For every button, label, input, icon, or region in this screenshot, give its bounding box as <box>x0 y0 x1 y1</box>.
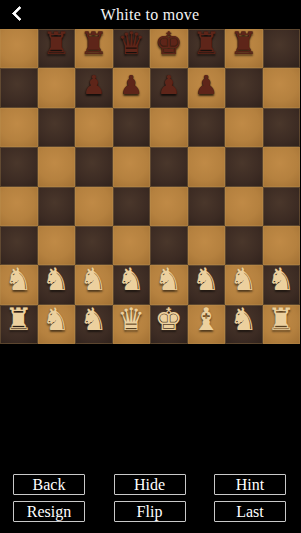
square-f6[interactable] <box>188 108 226 147</box>
square-h4[interactable] <box>263 187 301 226</box>
square-f2[interactable]: ♞ <box>188 265 226 304</box>
square-e7[interactable]: ♟ <box>150 68 188 107</box>
piece-black-rook[interactable]: ♜ <box>230 28 258 59</box>
square-f1[interactable]: ♝ <box>188 305 226 344</box>
piece-white-bishop[interactable]: ♝ <box>192 304 220 335</box>
square-a8[interactable] <box>0 29 38 68</box>
piece-white-knight[interactable]: ♞ <box>80 304 108 335</box>
button-row-bottom: Resign Flip Last <box>0 501 300 522</box>
square-f8[interactable]: ♜ <box>188 29 226 68</box>
square-g8[interactable]: ♜ <box>225 29 263 68</box>
piece-black-king[interactable]: ♚ <box>155 28 183 59</box>
piece-white-knight[interactable]: ♞ <box>42 264 70 295</box>
piece-white-knight[interactable]: ♞ <box>192 264 220 295</box>
square-f3[interactable] <box>188 226 226 265</box>
piece-black-queen[interactable]: ♛ <box>117 28 145 59</box>
square-e8[interactable]: ♚ <box>150 29 188 68</box>
piece-black-pawn[interactable]: ♟ <box>120 72 143 98</box>
square-g1[interactable]: ♞ <box>225 305 263 344</box>
square-h1[interactable]: ♜ <box>263 305 301 344</box>
square-c4[interactable] <box>75 187 113 226</box>
square-c3[interactable] <box>75 226 113 265</box>
square-e4[interactable] <box>150 187 188 226</box>
square-h3[interactable] <box>263 226 301 265</box>
piece-black-pawn[interactable]: ♟ <box>195 72 218 98</box>
square-b5[interactable] <box>38 147 76 186</box>
chess-board: ♜♜♛♚♜♜♟♟♟♟♞♞♞♞♞♞♞♞♜♞♞♛♚♝♞♜ <box>0 29 300 344</box>
square-e5[interactable] <box>150 147 188 186</box>
piece-black-rook[interactable]: ♜ <box>80 28 108 59</box>
flip-button[interactable]: Flip <box>114 501 186 522</box>
piece-white-queen[interactable]: ♛ <box>117 304 145 335</box>
resign-button[interactable]: Resign <box>13 501 85 522</box>
piece-white-knight[interactable]: ♞ <box>117 264 145 295</box>
square-f7[interactable]: ♟ <box>188 68 226 107</box>
square-e2[interactable]: ♞ <box>150 265 188 304</box>
square-d8[interactable]: ♛ <box>113 29 151 68</box>
piece-white-knight[interactable]: ♞ <box>5 264 33 295</box>
hint-button[interactable]: Hint <box>214 474 286 495</box>
piece-black-pawn[interactable]: ♟ <box>157 72 180 98</box>
piece-black-rook[interactable]: ♜ <box>42 28 70 59</box>
square-f5[interactable] <box>188 147 226 186</box>
square-a7[interactable] <box>0 68 38 107</box>
square-d4[interactable] <box>113 187 151 226</box>
square-e1[interactable]: ♚ <box>150 305 188 344</box>
control-buttons: Back Hide Hint Resign Flip Last <box>0 474 300 522</box>
square-d6[interactable] <box>113 108 151 147</box>
square-f4[interactable] <box>188 187 226 226</box>
square-g4[interactable] <box>225 187 263 226</box>
piece-white-knight[interactable]: ♞ <box>42 304 70 335</box>
piece-black-rook[interactable]: ♜ <box>192 28 220 59</box>
square-g6[interactable] <box>225 108 263 147</box>
square-d5[interactable] <box>113 147 151 186</box>
button-row-top: Back Hide Hint <box>0 474 300 495</box>
square-h8[interactable] <box>263 29 301 68</box>
square-a1[interactable]: ♜ <box>0 305 38 344</box>
square-c5[interactable] <box>75 147 113 186</box>
square-b4[interactable] <box>38 187 76 226</box>
square-a3[interactable] <box>0 226 38 265</box>
square-a4[interactable] <box>0 187 38 226</box>
status-title: White to move <box>101 6 200 24</box>
square-b3[interactable] <box>38 226 76 265</box>
piece-white-rook[interactable]: ♜ <box>5 304 33 335</box>
back-button[interactable]: Back <box>13 474 85 495</box>
square-b8[interactable]: ♜ <box>38 29 76 68</box>
square-e3[interactable] <box>150 226 188 265</box>
square-b1[interactable]: ♞ <box>38 305 76 344</box>
back-chevron-icon[interactable] <box>12 8 22 18</box>
square-c7[interactable]: ♟ <box>75 68 113 107</box>
square-g7[interactable] <box>225 68 263 107</box>
piece-white-rook[interactable]: ♜ <box>267 304 295 335</box>
piece-white-knight[interactable]: ♞ <box>80 264 108 295</box>
piece-white-knight[interactable]: ♞ <box>230 304 258 335</box>
square-g3[interactable] <box>225 226 263 265</box>
piece-black-pawn[interactable]: ♟ <box>82 72 105 98</box>
square-d7[interactable]: ♟ <box>113 68 151 107</box>
square-a6[interactable] <box>0 108 38 147</box>
square-c8[interactable]: ♜ <box>75 29 113 68</box>
square-g5[interactable] <box>225 147 263 186</box>
square-h5[interactable] <box>263 147 301 186</box>
square-e6[interactable] <box>150 108 188 147</box>
square-a2[interactable]: ♞ <box>0 265 38 304</box>
square-d2[interactable]: ♞ <box>113 265 151 304</box>
hide-button[interactable]: Hide <box>114 474 186 495</box>
last-button[interactable]: Last <box>214 501 286 522</box>
piece-white-knight[interactable]: ♞ <box>267 264 295 295</box>
square-a5[interactable] <box>0 147 38 186</box>
square-b2[interactable]: ♞ <box>38 265 76 304</box>
piece-white-knight[interactable]: ♞ <box>230 264 258 295</box>
square-h2[interactable]: ♞ <box>263 265 301 304</box>
square-h6[interactable] <box>263 108 301 147</box>
square-d3[interactable] <box>113 226 151 265</box>
app-screen: White to move ♜♜♛♚♜♜♟♟♟♟♞♞♞♞♞♞♞♞♜♞♞♛♚♝♞♜… <box>0 0 300 533</box>
square-c1[interactable]: ♞ <box>75 305 113 344</box>
square-b6[interactable] <box>38 108 76 147</box>
piece-white-knight[interactable]: ♞ <box>155 264 183 295</box>
square-g2[interactable]: ♞ <box>225 265 263 304</box>
square-h7[interactable] <box>263 68 301 107</box>
square-c2[interactable]: ♞ <box>75 265 113 304</box>
square-d1[interactable]: ♛ <box>113 305 151 344</box>
square-b7[interactable] <box>38 68 76 107</box>
square-c6[interactable] <box>75 108 113 147</box>
piece-white-king[interactable]: ♚ <box>155 304 183 335</box>
